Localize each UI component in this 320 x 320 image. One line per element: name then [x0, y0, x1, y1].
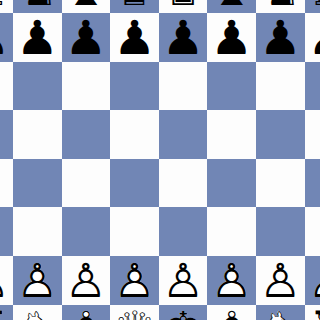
- square-h3[interactable]: [305, 207, 320, 256]
- piece-glyph: ♗: [211, 301, 253, 320]
- square-h5[interactable]: [305, 110, 320, 159]
- piece-black-pawn: ♟: [162, 14, 204, 61]
- square-f5[interactable]: [207, 110, 256, 159]
- piece-glyph: ♟: [16, 10, 58, 65]
- square-f3[interactable]: [207, 207, 256, 256]
- piece-black-pawn: ♟: [65, 14, 107, 61]
- piece-glyph: ♙: [16, 253, 58, 308]
- square-d7[interactable]: ♟: [110, 13, 159, 62]
- square-e1[interactable]: ♚♔: [159, 305, 208, 320]
- square-b7[interactable]: ♟: [13, 13, 62, 62]
- piece-glyph: ♟: [162, 10, 204, 65]
- square-c2[interactable]: ♟♙: [62, 256, 111, 305]
- square-g6[interactable]: [256, 62, 305, 111]
- square-f7[interactable]: ♟: [207, 13, 256, 62]
- square-a2[interactable]: ♟♙: [0, 256, 13, 305]
- square-b4[interactable]: [13, 159, 62, 208]
- piece-glyph: ♟: [211, 10, 253, 65]
- square-d6[interactable]: [110, 62, 159, 111]
- square-f6[interactable]: [207, 62, 256, 111]
- piece-glyph: ♙: [211, 253, 253, 308]
- piece-white-bishop: ♝♗: [65, 305, 107, 320]
- piece-white-knight: ♞♘: [16, 305, 58, 320]
- piece-glyph: ♘: [259, 301, 301, 320]
- square-b6[interactable]: [13, 62, 62, 111]
- square-e2[interactable]: ♟♙: [159, 256, 208, 305]
- piece-white-pawn: ♟♙: [308, 257, 320, 304]
- piece-glyph: ♙: [113, 253, 155, 308]
- piece-white-pawn: ♟♙: [259, 257, 301, 304]
- square-h7[interactable]: ♟: [305, 13, 320, 62]
- square-d5[interactable]: [110, 110, 159, 159]
- piece-glyph: ♟: [113, 10, 155, 65]
- square-c1[interactable]: ♝♗: [62, 305, 111, 320]
- chess-board: ♜♞♝♛♚♝♞♜♟♟♟♟♟♟♟♟♟♙♟♙♟♙♟♙♟♙♟♙♟♙♟♙♜♖♞♘♝♗♛♕…: [0, 0, 320, 320]
- square-a5[interactable]: [0, 110, 13, 159]
- piece-glyph: ♔: [162, 301, 204, 320]
- piece-glyph: ♙: [308, 253, 320, 308]
- square-h6[interactable]: [305, 62, 320, 111]
- piece-glyph: ♙: [259, 253, 301, 308]
- piece-white-pawn: ♟♙: [16, 257, 58, 304]
- square-g3[interactable]: [256, 207, 305, 256]
- square-h1[interactable]: ♜♖: [305, 305, 320, 320]
- square-h4[interactable]: [305, 159, 320, 208]
- piece-glyph: ♟: [308, 10, 320, 65]
- square-e7[interactable]: ♟: [159, 13, 208, 62]
- square-a1[interactable]: ♜♖: [0, 305, 13, 320]
- square-d1[interactable]: ♛♕: [110, 305, 159, 320]
- square-e3[interactable]: [159, 207, 208, 256]
- piece-white-pawn: ♟♙: [65, 257, 107, 304]
- square-a4[interactable]: [0, 159, 13, 208]
- piece-glyph: ♟: [259, 10, 301, 65]
- square-d2[interactable]: ♟♙: [110, 256, 159, 305]
- square-a6[interactable]: [0, 62, 13, 111]
- piece-glyph: ♙: [162, 253, 204, 308]
- piece-glyph: ♖: [0, 301, 10, 320]
- square-f1[interactable]: ♝♗: [207, 305, 256, 320]
- square-c4[interactable]: [62, 159, 111, 208]
- piece-white-pawn: ♟♙: [162, 257, 204, 304]
- piece-white-knight: ♞♘: [259, 305, 301, 320]
- square-f2[interactable]: ♟♙: [207, 256, 256, 305]
- board-viewport: ♜♞♝♛♚♝♞♜♟♟♟♟♟♟♟♟♟♙♟♙♟♙♟♙♟♙♟♙♟♙♟♙♜♖♞♘♝♗♛♕…: [0, 0, 320, 320]
- square-e4[interactable]: [159, 159, 208, 208]
- piece-black-pawn: ♟: [211, 14, 253, 61]
- square-f4[interactable]: [207, 159, 256, 208]
- square-c3[interactable]: [62, 207, 111, 256]
- piece-glyph: ♗: [65, 301, 107, 320]
- square-b1[interactable]: ♞♘: [13, 305, 62, 320]
- square-a3[interactable]: [0, 207, 13, 256]
- square-h2[interactable]: ♟♙: [305, 256, 320, 305]
- piece-white-rook: ♜♖: [308, 305, 320, 320]
- square-c5[interactable]: [62, 110, 111, 159]
- square-e5[interactable]: [159, 110, 208, 159]
- square-c6[interactable]: [62, 62, 111, 111]
- square-g2[interactable]: ♟♙: [256, 256, 305, 305]
- square-g7[interactable]: ♟: [256, 13, 305, 62]
- piece-glyph: ♙: [65, 253, 107, 308]
- square-e6[interactable]: [159, 62, 208, 111]
- square-g1[interactable]: ♞♘: [256, 305, 305, 320]
- piece-black-pawn: ♟: [113, 14, 155, 61]
- piece-white-pawn: ♟♙: [211, 257, 253, 304]
- piece-white-pawn: ♟♙: [0, 257, 10, 304]
- piece-white-king: ♚♔: [162, 305, 204, 320]
- piece-glyph: ♟: [65, 10, 107, 65]
- square-b5[interactable]: [13, 110, 62, 159]
- piece-white-bishop: ♝♗: [211, 305, 253, 320]
- square-b2[interactable]: ♟♙: [13, 256, 62, 305]
- piece-black-pawn: ♟: [259, 14, 301, 61]
- square-d3[interactable]: [110, 207, 159, 256]
- square-a7[interactable]: ♟: [0, 13, 13, 62]
- piece-white-queen: ♛♕: [113, 305, 155, 320]
- piece-glyph: ♕: [113, 301, 155, 320]
- piece-glyph: ♖: [308, 301, 320, 320]
- square-c7[interactable]: ♟: [62, 13, 111, 62]
- piece-black-pawn: ♟: [0, 14, 10, 61]
- piece-black-pawn: ♟: [16, 14, 58, 61]
- piece-black-pawn: ♟: [308, 14, 320, 61]
- piece-white-pawn: ♟♙: [113, 257, 155, 304]
- square-g5[interactable]: [256, 110, 305, 159]
- square-b3[interactable]: [13, 207, 62, 256]
- piece-white-rook: ♜♖: [0, 305, 10, 320]
- piece-glyph: ♙: [0, 253, 10, 308]
- square-g4[interactable]: [256, 159, 305, 208]
- piece-glyph: ♘: [16, 301, 58, 320]
- square-d4[interactable]: [110, 159, 159, 208]
- piece-glyph: ♟: [0, 10, 10, 65]
